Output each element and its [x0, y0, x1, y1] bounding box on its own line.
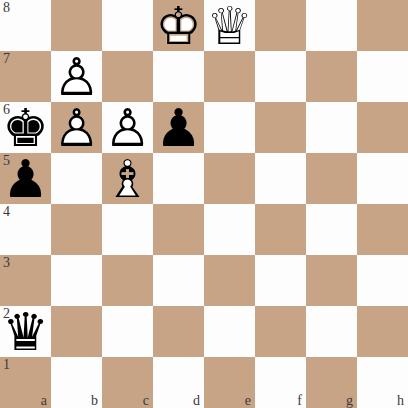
rank-label-8: 8	[3, 0, 10, 15]
white-bishop-c5: ♗	[102, 153, 153, 204]
square-h5[interactable]	[357, 153, 408, 204]
rank-label-2: 2	[3, 306, 10, 321]
square-g5[interactable]	[306, 153, 357, 204]
square-c8[interactable]	[102, 0, 153, 51]
square-c2[interactable]	[102, 306, 153, 357]
rank-label-3: 3	[3, 255, 10, 270]
square-h4[interactable]	[357, 204, 408, 255]
white-pawn-b6: ♙	[51, 102, 102, 153]
square-e1[interactable]: e	[204, 357, 255, 408]
square-e6[interactable]	[204, 102, 255, 153]
file-label-d: d	[193, 393, 200, 408]
file-label-h: h	[397, 393, 404, 408]
file-label-e: e	[245, 393, 251, 408]
square-h8[interactable]	[357, 0, 408, 51]
file-label-f: f	[297, 393, 302, 408]
rank-label-4: 4	[3, 204, 10, 219]
black-pawn-d6: ♟	[153, 102, 204, 153]
square-b3[interactable]	[51, 255, 102, 306]
square-d5[interactable]	[153, 153, 204, 204]
square-f2[interactable]	[255, 306, 306, 357]
square-g2[interactable]	[306, 306, 357, 357]
square-d6[interactable]: ♟	[153, 102, 204, 153]
square-g7[interactable]	[306, 51, 357, 102]
white-pawn-c6: ♙	[102, 102, 153, 153]
square-e3[interactable]	[204, 255, 255, 306]
rank-label-1: 1	[3, 357, 10, 372]
square-f6[interactable]	[255, 102, 306, 153]
square-b6[interactable]: ♟♙	[51, 102, 102, 153]
rank-label-5: 5	[3, 153, 10, 168]
square-d7[interactable]	[153, 51, 204, 102]
square-g8[interactable]	[306, 0, 357, 51]
square-e7[interactable]	[204, 51, 255, 102]
square-a8[interactable]: 8	[0, 0, 51, 51]
square-f4[interactable]	[255, 204, 306, 255]
file-label-a: a	[41, 393, 47, 408]
file-label-b: b	[91, 393, 98, 408]
square-d2[interactable]	[153, 306, 204, 357]
file-label-g: g	[346, 393, 353, 408]
square-g4[interactable]	[306, 204, 357, 255]
square-h1[interactable]: h	[357, 357, 408, 408]
chess-board: 8♚♔♛♕7♟♙6♚♟♙♟♙♟5♟♝♗432♛1abcdefgh	[0, 0, 408, 408]
square-g3[interactable]	[306, 255, 357, 306]
file-label-c: c	[143, 393, 149, 408]
square-c4[interactable]	[102, 204, 153, 255]
square-e4[interactable]	[204, 204, 255, 255]
square-f3[interactable]	[255, 255, 306, 306]
white-queen-e8: ♕	[204, 0, 255, 51]
square-d3[interactable]	[153, 255, 204, 306]
square-h2[interactable]	[357, 306, 408, 357]
square-b1[interactable]: b	[51, 357, 102, 408]
square-g1[interactable]: g	[306, 357, 357, 408]
square-f8[interactable]	[255, 0, 306, 51]
square-e2[interactable]	[204, 306, 255, 357]
square-d8[interactable]: ♚♔	[153, 0, 204, 51]
square-b5[interactable]	[51, 153, 102, 204]
square-c7[interactable]	[102, 51, 153, 102]
rank-label-6: 6	[3, 102, 10, 117]
square-b7[interactable]: ♟♙	[51, 51, 102, 102]
square-h7[interactable]	[357, 51, 408, 102]
square-a5[interactable]: 5♟	[0, 153, 51, 204]
square-h3[interactable]	[357, 255, 408, 306]
square-h6[interactable]	[357, 102, 408, 153]
square-e8[interactable]: ♛♕	[204, 0, 255, 51]
square-e5[interactable]	[204, 153, 255, 204]
rank-label-7: 7	[3, 51, 10, 66]
square-b8[interactable]	[51, 0, 102, 51]
square-a6[interactable]: 6♚	[0, 102, 51, 153]
square-c1[interactable]: c	[102, 357, 153, 408]
white-king-d8: ♔	[153, 0, 204, 51]
square-c5[interactable]: ♝♗	[102, 153, 153, 204]
square-a1[interactable]: 1a	[0, 357, 51, 408]
white-pawn-b7: ♙	[51, 51, 102, 102]
square-c6[interactable]: ♟♙	[102, 102, 153, 153]
square-c3[interactable]	[102, 255, 153, 306]
square-b4[interactable]	[51, 204, 102, 255]
square-a4[interactable]: 4	[0, 204, 51, 255]
square-f7[interactable]	[255, 51, 306, 102]
square-g6[interactable]	[306, 102, 357, 153]
square-f5[interactable]	[255, 153, 306, 204]
square-d4[interactable]	[153, 204, 204, 255]
square-d1[interactable]: d	[153, 357, 204, 408]
square-b2[interactable]	[51, 306, 102, 357]
square-f1[interactable]: f	[255, 357, 306, 408]
square-a2[interactable]: 2♛	[0, 306, 51, 357]
square-a3[interactable]: 3	[0, 255, 51, 306]
square-a7[interactable]: 7	[0, 51, 51, 102]
